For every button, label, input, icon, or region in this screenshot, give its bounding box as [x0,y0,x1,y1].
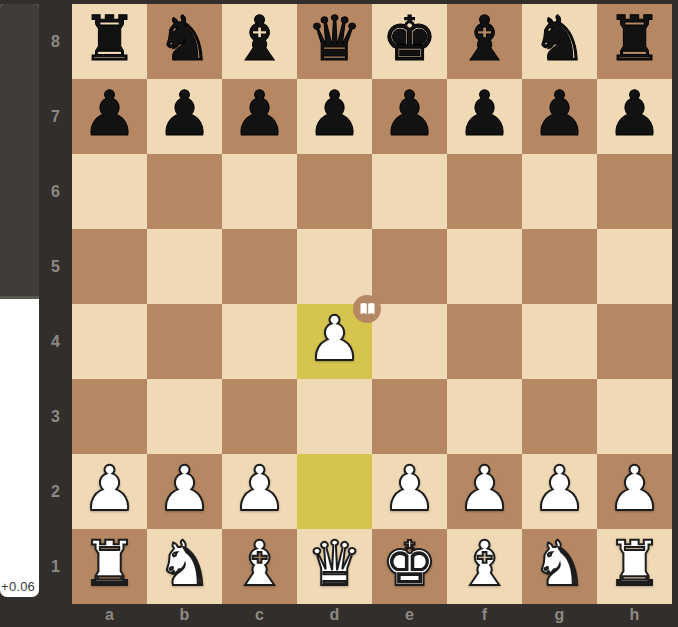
white-bishop[interactable]: ♝ [457,526,513,601]
white-pawn[interactable]: ♟ [607,451,663,526]
square-g7[interactable]: ♟ [522,79,597,154]
white-queen[interactable]: ♛ [307,526,363,601]
square-b4[interactable] [147,304,222,379]
square-c1[interactable]: ♝ [222,529,297,604]
rank-label-5: 5 [39,229,72,304]
black-bishop[interactable]: ♝ [457,1,513,76]
black-pawn[interactable]: ♟ [457,76,513,151]
white-king[interactable]: ♚ [382,526,438,601]
square-a8[interactable]: ♜ [72,4,147,79]
file-label-g: g [522,602,597,627]
black-bishop[interactable]: ♝ [232,1,288,76]
rank-label-2: 2 [39,454,72,529]
black-pawn[interactable]: ♟ [82,76,138,151]
square-g3[interactable] [522,379,597,454]
evaluation-bar-black-portion [0,4,39,299]
white-rook[interactable]: ♜ [607,526,663,601]
white-knight[interactable]: ♞ [532,526,588,601]
square-h1[interactable]: ♜ [597,529,672,604]
square-d5[interactable] [297,229,372,304]
square-e4[interactable] [372,304,447,379]
square-d7[interactable]: ♟ [297,79,372,154]
rank-label-7: 7 [39,79,72,154]
square-g2[interactable]: ♟ [522,454,597,529]
opening-book-marker [353,295,381,323]
square-f7[interactable]: ♟ [447,79,522,154]
file-label-b: b [147,602,222,627]
black-rook[interactable]: ♜ [607,1,663,76]
white-pawn[interactable]: ♟ [157,451,213,526]
rank-labels: 87654321 [39,4,72,604]
square-b7[interactable]: ♟ [147,79,222,154]
square-f8[interactable]: ♝ [447,4,522,79]
square-g8[interactable]: ♞ [522,4,597,79]
square-d2[interactable] [297,454,372,529]
square-b2[interactable]: ♟ [147,454,222,529]
square-c5[interactable] [222,229,297,304]
black-pawn[interactable]: ♟ [382,76,438,151]
square-c8[interactable]: ♝ [222,4,297,79]
square-h2[interactable]: ♟ [597,454,672,529]
square-h4[interactable] [597,304,672,379]
square-b8[interactable]: ♞ [147,4,222,79]
evaluation-score: +0.06 [1,579,35,594]
rank-label-3: 3 [39,379,72,454]
white-rook[interactable]: ♜ [82,526,138,601]
rank-label-1: 1 [39,529,72,604]
file-label-h: h [597,602,672,627]
square-c2[interactable]: ♟ [222,454,297,529]
square-c4[interactable] [222,304,297,379]
white-pawn[interactable]: ♟ [532,451,588,526]
file-label-c: c [222,602,297,627]
square-a2[interactable]: ♟ [72,454,147,529]
black-pawn[interactable]: ♟ [607,76,663,151]
square-e8[interactable]: ♚ [372,4,447,79]
file-label-e: e [372,602,447,627]
square-h7[interactable]: ♟ [597,79,672,154]
file-label-a: a [72,602,147,627]
square-e7[interactable]: ♟ [372,79,447,154]
square-a7[interactable]: ♟ [72,79,147,154]
white-knight[interactable]: ♞ [157,526,213,601]
square-g1[interactable]: ♞ [522,529,597,604]
black-pawn[interactable]: ♟ [307,76,363,151]
square-b3[interactable] [147,379,222,454]
black-pawn[interactable]: ♟ [232,76,288,151]
square-f3[interactable] [447,379,522,454]
file-label-d: d [297,602,372,627]
square-d8[interactable]: ♛ [297,4,372,79]
square-e5[interactable] [372,229,447,304]
square-d6[interactable] [297,154,372,229]
rank-label-4: 4 [39,304,72,379]
square-c6[interactable] [222,154,297,229]
square-b6[interactable] [147,154,222,229]
square-f1[interactable]: ♝ [447,529,522,604]
square-h5[interactable] [597,229,672,304]
square-g4[interactable] [522,304,597,379]
white-pawn[interactable]: ♟ [382,451,438,526]
white-pawn[interactable]: ♟ [457,451,513,526]
rank-label-8: 8 [39,4,72,79]
square-e3[interactable] [372,379,447,454]
square-g5[interactable] [522,229,597,304]
square-d3[interactable] [297,379,372,454]
white-pawn[interactable]: ♟ [232,451,288,526]
square-a1[interactable]: ♜ [72,529,147,604]
square-f5[interactable] [447,229,522,304]
square-e2[interactable]: ♟ [372,454,447,529]
open-book-icon [359,302,376,316]
chess-board-container: ♜♞♝♛♚♝♞♜♟♟♟♟♟♟♟♟♟♟♟♟♟♟♟♟♜♞♝♛♚♝♞♜ [72,4,672,604]
square-e1[interactable]: ♚ [372,529,447,604]
square-e6[interactable] [372,154,447,229]
file-labels: abcdefgh [72,602,672,627]
black-king[interactable]: ♚ [382,1,438,76]
square-h8[interactable]: ♜ [597,4,672,79]
square-a5[interactable] [72,229,147,304]
square-a4[interactable] [72,304,147,379]
square-c7[interactable]: ♟ [222,79,297,154]
square-h6[interactable] [597,154,672,229]
square-b1[interactable]: ♞ [147,529,222,604]
black-knight[interactable]: ♞ [157,1,213,76]
white-bishop[interactable]: ♝ [232,526,288,601]
square-d1[interactable]: ♛ [297,529,372,604]
square-f4[interactable] [447,304,522,379]
square-g6[interactable] [522,154,597,229]
square-f6[interactable] [447,154,522,229]
black-rook[interactable]: ♜ [82,1,138,76]
black-pawn[interactable]: ♟ [157,76,213,151]
white-pawn[interactable]: ♟ [82,451,138,526]
square-f2[interactable]: ♟ [447,454,522,529]
black-queen[interactable]: ♛ [307,1,363,76]
rank-label-6: 6 [39,154,72,229]
square-c3[interactable] [222,379,297,454]
file-label-f: f [447,602,522,627]
square-h3[interactable] [597,379,672,454]
black-pawn[interactable]: ♟ [532,76,588,151]
square-b5[interactable] [147,229,222,304]
black-knight[interactable]: ♞ [532,1,588,76]
square-a6[interactable] [72,154,147,229]
square-a3[interactable] [72,379,147,454]
evaluation-bar: +0.06 [0,4,39,597]
